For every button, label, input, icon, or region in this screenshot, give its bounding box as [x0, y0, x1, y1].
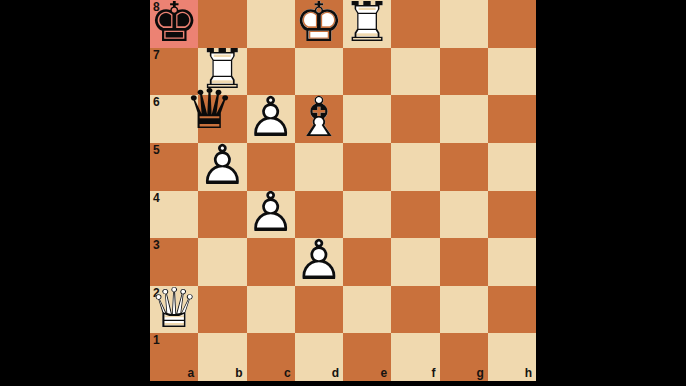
square-f7 — [391, 48, 439, 96]
square-b3 — [198, 238, 246, 286]
square-c1: c — [247, 333, 295, 381]
square-b2 — [198, 286, 246, 334]
square-h1: h — [488, 333, 536, 381]
white-rook-piece: ♜♖ — [343, 0, 391, 48]
rank-label-7: 7 — [153, 49, 160, 61]
square-h6 — [488, 95, 536, 143]
square-e6 — [343, 95, 391, 143]
square-c5 — [247, 143, 295, 191]
square-b7: ♜♖ — [198, 48, 246, 96]
square-b8 — [198, 0, 246, 48]
white-king-piece: ♚♔ — [295, 0, 343, 48]
square-f3 — [391, 238, 439, 286]
square-g5 — [440, 143, 488, 191]
square-d1: d — [295, 333, 343, 381]
square-f8 — [391, 0, 439, 48]
square-d4 — [295, 191, 343, 239]
square-f4 — [391, 191, 439, 239]
square-e7 — [343, 48, 391, 96]
square-d5 — [295, 143, 343, 191]
square-d7 — [295, 48, 343, 96]
square-a1: 1a — [150, 333, 198, 381]
video-frame: 8♚♚♔♜♖7♜♖6♛♟♙♝♗5♟♙4♟♙3♟♙2♛♕1abcdefgh — [0, 0, 686, 386]
file-label-a: a — [188, 367, 195, 379]
square-a2: 2♛♕ — [150, 286, 198, 334]
letterbox-left — [0, 0, 150, 386]
square-g7 — [440, 48, 488, 96]
white-pawn-piece: ♟♙ — [295, 238, 343, 286]
square-c3 — [247, 238, 295, 286]
square-d8: ♚♔ — [295, 0, 343, 48]
square-c6: ♟♙ — [247, 95, 295, 143]
white-pawn-piece: ♟♙ — [198, 143, 246, 191]
file-label-c: c — [284, 367, 291, 379]
square-f5 — [391, 143, 439, 191]
file-label-f: f — [432, 367, 436, 379]
file-label-b: b — [235, 367, 242, 379]
square-e3 — [343, 238, 391, 286]
white-pawn-piece: ♟♙ — [247, 95, 295, 143]
square-h4 — [488, 191, 536, 239]
rank-label-8: 8 — [153, 1, 160, 13]
white-rook-piece: ♜♖ — [198, 48, 246, 96]
square-h7 — [488, 48, 536, 96]
square-h5 — [488, 143, 536, 191]
rank-label-3: 3 — [153, 239, 160, 251]
square-d3: ♟♙ — [295, 238, 343, 286]
square-d6: ♝♗ — [295, 95, 343, 143]
square-f1: f — [391, 333, 439, 381]
rank-label-1: 1 — [153, 334, 160, 346]
file-label-g: g — [476, 367, 483, 379]
square-b1: b — [198, 333, 246, 381]
square-g1: g — [440, 333, 488, 381]
square-e5 — [343, 143, 391, 191]
square-a7: 7 — [150, 48, 198, 96]
chess-board: 8♚♚♔♜♖7♜♖6♛♟♙♝♗5♟♙4♟♙3♟♙2♛♕1abcdefgh — [150, 0, 536, 381]
square-h8 — [488, 0, 536, 48]
square-b6: ♛ — [198, 95, 246, 143]
file-label-d: d — [332, 367, 339, 379]
square-g4 — [440, 191, 488, 239]
rank-label-4: 4 — [153, 192, 160, 204]
square-e8: ♜♖ — [343, 0, 391, 48]
square-a6: 6 — [150, 95, 198, 143]
square-g2 — [440, 286, 488, 334]
square-c7 — [247, 48, 295, 96]
square-a4: 4 — [150, 191, 198, 239]
square-b5: ♟♙ — [198, 143, 246, 191]
square-g6 — [440, 95, 488, 143]
square-c2 — [247, 286, 295, 334]
square-c4: ♟♙ — [247, 191, 295, 239]
square-g8 — [440, 0, 488, 48]
square-f6 — [391, 95, 439, 143]
square-g3 — [440, 238, 488, 286]
square-h2 — [488, 286, 536, 334]
rank-label-6: 6 — [153, 96, 160, 108]
square-e1: e — [343, 333, 391, 381]
file-label-e: e — [381, 367, 388, 379]
square-h3 — [488, 238, 536, 286]
rank-label-5: 5 — [153, 144, 160, 156]
square-a8: 8♚ — [150, 0, 198, 48]
white-bishop-piece: ♝♗ — [295, 95, 343, 143]
square-b4 — [198, 191, 246, 239]
white-pawn-piece: ♟♙ — [247, 191, 295, 239]
rank-label-2: 2 — [153, 287, 160, 299]
square-a3: 3 — [150, 238, 198, 286]
file-label-h: h — [525, 367, 532, 379]
square-c8 — [247, 0, 295, 48]
square-e2 — [343, 286, 391, 334]
square-a5: 5 — [150, 143, 198, 191]
square-e4 — [343, 191, 391, 239]
square-f2 — [391, 286, 439, 334]
letterbox-right — [536, 0, 686, 386]
square-d2 — [295, 286, 343, 334]
